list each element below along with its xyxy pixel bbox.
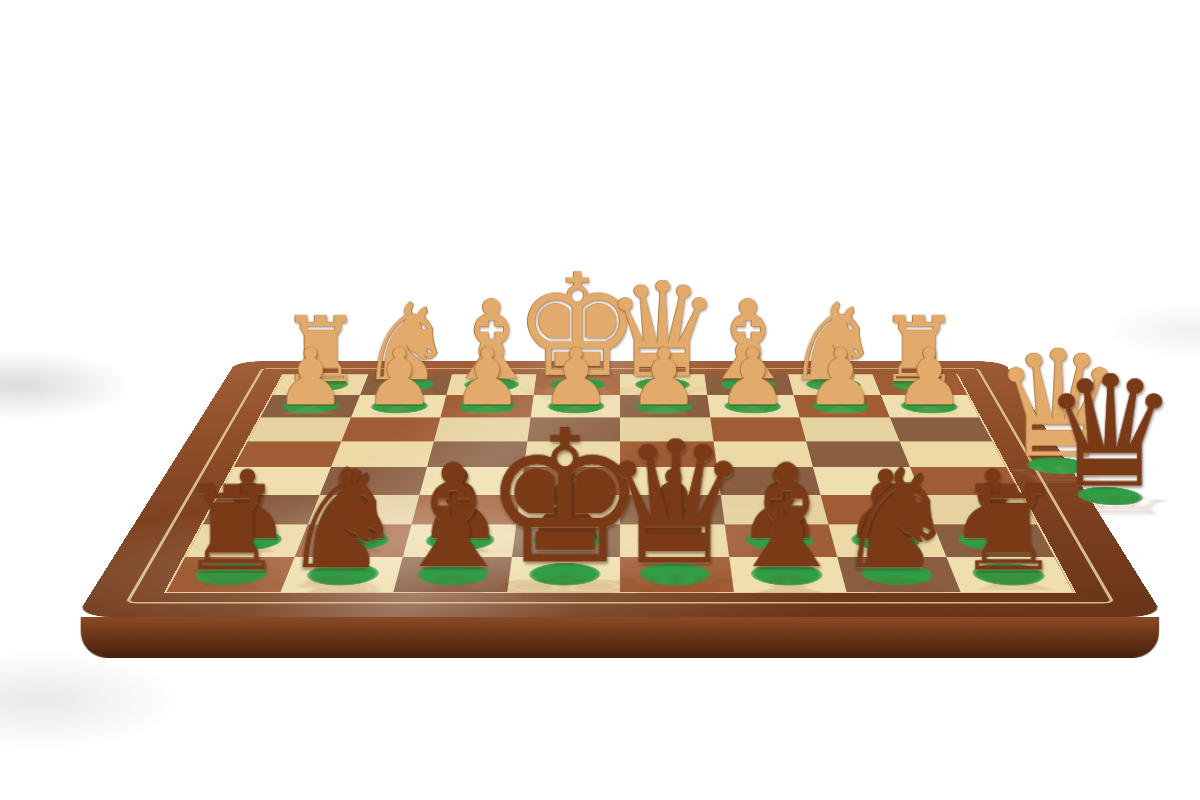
photo-background: ♜♜♞♞♝♝♚♚♛♛♝♝♞♞♜♜♟♟♟♟♟♟♟♟♟♟♟♟♟♟♟♟♟♟♟♟♟♟♟♟… — [0, 0, 1200, 800]
piece-reflection: ♞ — [272, 572, 405, 595]
board-front-edge — [81, 617, 1160, 658]
board-playing-area: ♜♜♞♞♝♝♚♚♛♛♝♝♞♞♜♜♟♟♟♟♟♟♟♟♟♟♟♟♟♟♟♟♟♟♟♟♟♟♟♟… — [164, 374, 1076, 593]
board-scene: ♜♜♞♞♝♝♚♚♛♛♝♝♞♞♜♜♟♟♟♟♟♟♟♟♟♟♟♟♟♟♟♟♟♟♟♟♟♟♟♟… — [170, 17, 1070, 800]
black-rook-icon: ♜ — [905, 353, 1112, 574]
chessboard: ♜♜♞♞♝♝♚♚♛♛♝♝♞♞♜♜♟♟♟♟♟♟♟♟♟♟♟♟♟♟♟♟♟♟♟♟♟♟♟♟… — [76, 361, 1164, 617]
pieces-layer: ♜♜♞♞♝♝♚♚♛♛♝♝♞♞♜♜♟♟♟♟♟♟♟♟♟♟♟♟♟♟♟♟♟♟♟♟♟♟♟♟… — [167, 374, 1074, 592]
piece-reflection: ♞ — [835, 572, 968, 595]
